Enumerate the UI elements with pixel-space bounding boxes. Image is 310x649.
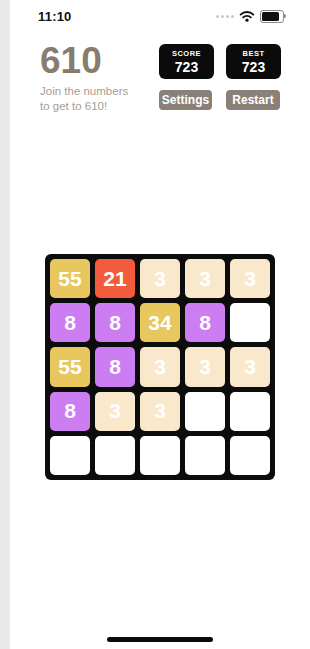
best-label: BEST — [242, 49, 264, 58]
score-label: SCORE — [172, 49, 201, 58]
tile-3: 3 — [230, 259, 270, 298]
empty-cell — [50, 436, 90, 475]
score-box: SCORE 723 — [159, 44, 214, 79]
empty-cell — [185, 436, 225, 475]
tile-3: 3 — [140, 392, 180, 431]
subtitle: Join the numbers to get to 610! — [40, 84, 128, 113]
tile-8: 8 — [50, 303, 90, 342]
settings-button[interactable]: Settings — [159, 90, 212, 110]
tile-3: 3 — [140, 347, 180, 386]
restart-button[interactable]: Restart — [226, 90, 280, 110]
empty-cell — [230, 392, 270, 431]
subtitle-line-1: Join the numbers — [40, 85, 128, 97]
wifi-icon — [239, 10, 255, 22]
tile-8: 8 — [185, 303, 225, 342]
score-value: 723 — [175, 59, 198, 75]
app-screen: 11:10 610 Join the numbers to get to 610… — [10, 0, 310, 649]
status-bar: 11:10 — [10, 0, 310, 30]
tile-21: 21 — [95, 259, 135, 298]
tile-3: 3 — [185, 347, 225, 386]
battery-icon — [260, 10, 284, 23]
board[interactable]: 552133388348558333833 — [45, 254, 275, 480]
tile-3: 3 — [230, 347, 270, 386]
tile-3: 3 — [185, 259, 225, 298]
empty-cell — [95, 436, 135, 475]
tile-55: 55 — [50, 347, 90, 386]
clock: 11:10 — [38, 9, 72, 24]
tile-8: 8 — [95, 303, 135, 342]
empty-cell — [230, 436, 270, 475]
home-indicator[interactable] — [107, 637, 213, 642]
empty-cell — [185, 392, 225, 431]
subtitle-line-2: to get to 610! — [40, 100, 107, 112]
page-title: 610 — [40, 40, 102, 82]
best-value: 723 — [242, 59, 265, 75]
tile-8: 8 — [95, 347, 135, 386]
status-icons — [216, 10, 284, 22]
tile-8: 8 — [50, 392, 90, 431]
tile-34: 34 — [140, 303, 180, 342]
best-box: BEST 723 — [226, 44, 281, 79]
tile-55: 55 — [50, 259, 90, 298]
cellular-dots-icon — [216, 15, 234, 18]
empty-cell — [230, 303, 270, 342]
tile-3: 3 — [95, 392, 135, 431]
tile-3: 3 — [140, 259, 180, 298]
empty-cell — [140, 436, 180, 475]
